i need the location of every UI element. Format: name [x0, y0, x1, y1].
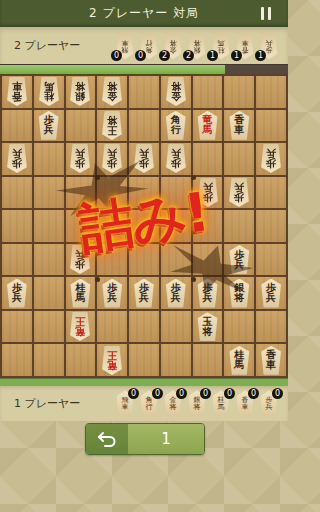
board-cell[interactable]: 桂馬: [224, 344, 254, 376]
undo-bar[interactable]: 1: [85, 423, 205, 455]
hand-count-badge: 0: [111, 50, 122, 61]
shogi-piece[interactable]: 桂馬: [226, 346, 252, 375]
shogi-piece[interactable]: 歩兵: [163, 279, 189, 308]
board-cell[interactable]: 竜馬: [193, 110, 223, 142]
board-cell[interactable]: [193, 76, 223, 108]
board-cell[interactable]: [129, 110, 159, 142]
shogi-piece[interactable]: 歩兵: [131, 144, 157, 173]
shogi-piece[interactable]: 歩兵: [99, 279, 125, 308]
bottom-player-label: 1 プレーヤー: [14, 396, 80, 411]
board-cell[interactable]: [34, 277, 64, 309]
undo-button[interactable]: [86, 424, 128, 454]
shogi-piece[interactable]: 香車: [4, 77, 30, 106]
shogi-piece[interactable]: 角行: [163, 111, 189, 140]
board-cell[interactable]: 金将: [161, 76, 191, 108]
hand-piece[interactable]: 銀将2: [186, 33, 208, 59]
board-cell[interactable]: 金将: [97, 76, 127, 108]
hand-count-badge: 0: [128, 388, 139, 399]
pause-icon: [261, 7, 264, 20]
board-cell[interactable]: [256, 110, 286, 142]
hoshi-dot: [95, 277, 100, 282]
shogi-piece[interactable]: 歩兵: [67, 144, 93, 173]
board-cell[interactable]: [66, 344, 96, 376]
top-player-label: 2 プレーヤー: [14, 38, 80, 53]
board-cell[interactable]: 玉将: [193, 311, 223, 343]
board-cell[interactable]: 歩兵: [161, 277, 191, 309]
pause-icon: [268, 7, 271, 20]
board-cell[interactable]: [2, 311, 32, 343]
board-cell[interactable]: 歩兵: [129, 277, 159, 309]
title-bar: 2 プレーヤー 対局: [0, 0, 288, 27]
board-cell[interactable]: [256, 76, 286, 108]
hand-piece[interactable]: 歩兵0: [258, 391, 280, 417]
shogi-piece[interactable]: 歩兵: [258, 279, 284, 308]
hand-piece[interactable]: 桂馬0: [210, 391, 232, 417]
board-cell[interactable]: 竜王: [66, 311, 96, 343]
bottom-hand-pieces: 飛車0角行0金将0銀将0桂馬0香車0歩兵0: [114, 391, 280, 417]
hand-piece[interactable]: 金将2: [162, 33, 184, 59]
hand-piece[interactable]: 香車0: [234, 391, 256, 417]
board-cell[interactable]: 歩兵: [66, 143, 96, 175]
shogi-piece[interactable]: 歩兵: [36, 111, 62, 140]
hoshi-dot: [191, 277, 196, 282]
board-cell[interactable]: [161, 344, 191, 376]
board-cell[interactable]: [224, 76, 254, 108]
board-cell[interactable]: 歩兵: [2, 143, 32, 175]
board-cell[interactable]: [256, 311, 286, 343]
shogi-piece[interactable]: 金将: [163, 77, 189, 106]
board-cell[interactable]: [2, 344, 32, 376]
hand-count-badge: 0: [224, 388, 235, 399]
board-cell[interactable]: [34, 311, 64, 343]
board-cell[interactable]: 王将: [97, 110, 127, 142]
board-cell[interactable]: [129, 76, 159, 108]
board-cell[interactable]: [224, 311, 254, 343]
board-cell[interactable]: [256, 244, 286, 276]
shogi-piece[interactable]: 歩兵: [4, 144, 30, 173]
shogi-piece[interactable]: 歩兵: [163, 144, 189, 173]
shogi-piece[interactable]: 玉将: [195, 312, 221, 341]
board-cell[interactable]: 香車: [224, 110, 254, 142]
board-cell[interactable]: 歩兵: [2, 277, 32, 309]
hand-piece[interactable]: 角行0: [138, 33, 160, 59]
board-cell[interactable]: [97, 311, 127, 343]
board-cell[interactable]: [66, 110, 96, 142]
hand-count-badge: 0: [200, 388, 211, 399]
hand-count-badge: 0: [176, 388, 187, 399]
bottom-player-tray: 1 プレーヤー 飛車0角行0金将0銀将0桂馬0香車0歩兵0: [0, 386, 288, 421]
board-cell[interactable]: 銀将: [66, 76, 96, 108]
shogi-piece[interactable]: 竜王: [99, 346, 125, 375]
top-hand-pieces: 飛車0角行0金将2銀将2桂馬1香車1歩兵1: [114, 33, 280, 59]
hand-piece[interactable]: 桂馬1: [210, 33, 232, 59]
hand-count-badge: 2: [159, 50, 170, 61]
shogi-piece[interactable]: 歩兵: [131, 279, 157, 308]
page-title: 2 プレーヤー 対局: [89, 5, 199, 22]
board-cell[interactable]: 歩兵: [34, 110, 64, 142]
hand-count-badge: 1: [255, 50, 266, 61]
hand-count-badge: 1: [207, 50, 218, 61]
shogi-piece[interactable]: 桂馬: [36, 77, 62, 106]
hand-count-badge: 2: [183, 50, 194, 61]
undo-counter: 1: [128, 424, 204, 454]
board-cell[interactable]: [129, 344, 159, 376]
shogi-piece[interactable]: 桂馬: [67, 279, 93, 308]
board-cell[interactable]: 歩兵: [129, 143, 159, 175]
shogi-piece[interactable]: 竜馬: [195, 111, 221, 140]
board-cell[interactable]: 竜王: [97, 344, 127, 376]
board-cell[interactable]: [2, 110, 32, 142]
hand-piece[interactable]: 香車1: [234, 33, 256, 59]
board-cell[interactable]: [193, 143, 223, 175]
board-cell[interactable]: [193, 344, 223, 376]
board-cell[interactable]: [34, 143, 64, 175]
hand-count-badge: 0: [248, 388, 259, 399]
board-cell[interactable]: 歩兵: [97, 277, 127, 309]
top-player-tray: 2 プレーヤー 飛車0角行0金将2銀将2桂馬1香車1歩兵1: [0, 27, 288, 64]
board-cell[interactable]: 桂馬: [34, 76, 64, 108]
shogi-piece[interactable]: 竜王: [67, 312, 93, 341]
shogi-piece[interactable]: 歩兵: [4, 279, 30, 308]
board-cell[interactable]: 歩兵: [256, 277, 286, 309]
hand-piece[interactable]: 角行0: [138, 391, 160, 417]
board-cell[interactable]: 桂馬: [66, 277, 96, 309]
hand-piece[interactable]: 飛車0: [114, 391, 136, 417]
board-cell[interactable]: 歩兵: [161, 143, 191, 175]
board-cell[interactable]: [129, 311, 159, 343]
shogi-piece[interactable]: 王将: [99, 111, 125, 140]
shogi-piece[interactable]: 香車: [226, 111, 252, 140]
undo-arrow-icon: [97, 431, 117, 447]
hand-piece[interactable]: 金将0: [162, 391, 184, 417]
hand-count-badge: 0: [152, 388, 163, 399]
hand-count-badge: 1: [231, 50, 242, 61]
board-cell[interactable]: 香車: [256, 344, 286, 376]
hand-piece[interactable]: 歩兵1: [258, 33, 280, 59]
shogi-piece[interactable]: 香車: [258, 346, 284, 375]
board-cell[interactable]: 香車: [2, 76, 32, 108]
board-cell[interactable]: [34, 344, 64, 376]
hand-piece[interactable]: 飛車0: [114, 33, 136, 59]
shogi-piece[interactable]: 金将: [99, 77, 125, 106]
hand-count-badge: 0: [272, 388, 283, 399]
hand-count-badge: 0: [135, 50, 146, 61]
shogi-piece[interactable]: 銀将: [67, 77, 93, 106]
shogi-piece[interactable]: 歩兵: [99, 144, 125, 173]
pause-button[interactable]: [256, 5, 276, 22]
board-cell[interactable]: [161, 311, 191, 343]
board-cell[interactable]: 角行: [161, 110, 191, 142]
board-cell[interactable]: 歩兵: [97, 143, 127, 175]
hand-piece[interactable]: 銀将0: [186, 391, 208, 417]
